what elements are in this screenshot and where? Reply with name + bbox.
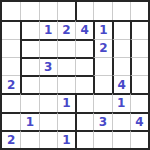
given-digit: 2: [7, 134, 15, 146]
given-digit: 1: [26, 116, 34, 128]
given-digit: 3: [44, 61, 52, 73]
cell-r4c3[interactable]: 3: [39, 57, 57, 75]
cell-r1c1[interactable]: [2, 2, 20, 20]
cell-r5c4[interactable]: [57, 75, 75, 93]
cell-r5c2[interactable]: [20, 75, 38, 93]
given-digit: 1: [117, 97, 125, 109]
cell-r8c7[interactable]: [112, 130, 130, 148]
given-digit: 4: [80, 24, 88, 36]
cell-r3c1[interactable]: [2, 39, 20, 57]
cell-r1c3[interactable]: [39, 2, 57, 20]
cell-r4c8[interactable]: [130, 57, 148, 75]
cell-r1c2[interactable]: [20, 2, 38, 20]
cell-r8c4[interactable]: 1: [57, 130, 75, 148]
given-digit: 1: [62, 97, 70, 109]
cell-r3c7[interactable]: [112, 39, 130, 57]
cell-r1c7[interactable]: [112, 2, 130, 20]
cell-r5c3[interactable]: [39, 75, 57, 93]
cell-r7c8[interactable]: 4: [130, 112, 148, 130]
cell-r3c8[interactable]: [130, 39, 148, 57]
given-digit: 4: [135, 116, 143, 128]
cell-r6c1[interactable]: [2, 93, 20, 111]
cell-r6c3[interactable]: [39, 93, 57, 111]
given-digit: 1: [62, 134, 70, 146]
cell-r7c3[interactable]: [39, 112, 57, 130]
cell-r7c5[interactable]: [75, 112, 93, 130]
cell-r1c4[interactable]: [57, 2, 75, 20]
cell-r8c2[interactable]: [20, 130, 38, 148]
cell-r4c7[interactable]: [112, 57, 130, 75]
given-digit: 1: [44, 24, 52, 36]
cell-r4c6[interactable]: [93, 57, 111, 75]
cell-r8c8[interactable]: [130, 130, 148, 148]
given-digit: 2: [62, 24, 70, 36]
given-digit: 2: [7, 79, 15, 91]
cell-r2c2[interactable]: [20, 20, 38, 38]
cell-r2c3[interactable]: 1: [39, 20, 57, 38]
cell-r4c4[interactable]: [57, 57, 75, 75]
cell-r2c5[interactable]: 4: [75, 20, 93, 38]
cell-r3c6[interactable]: 2: [93, 39, 111, 57]
cell-r5c7[interactable]: 4: [112, 75, 130, 93]
cell-r5c5[interactable]: [75, 75, 93, 93]
cell-r1c5[interactable]: [75, 2, 93, 20]
cell-r8c3[interactable]: [39, 130, 57, 148]
cell-r4c5[interactable]: [75, 57, 93, 75]
cell-r3c2[interactable]: [20, 39, 38, 57]
cell-r5c1[interactable]: 2: [2, 75, 20, 93]
given-digit: 4: [117, 79, 125, 91]
cell-r3c5[interactable]: [75, 39, 93, 57]
cell-r2c6[interactable]: 1: [93, 20, 111, 38]
cell-r7c2[interactable]: 1: [20, 112, 38, 130]
cell-r7c6[interactable]: 3: [93, 112, 111, 130]
suguru-board: 124123241113421: [0, 0, 150, 150]
cell-r6c6[interactable]: [93, 93, 111, 111]
cell-r8c1[interactable]: 2: [2, 130, 20, 148]
cell-r6c2[interactable]: [20, 93, 38, 111]
cell-r8c5[interactable]: [75, 130, 93, 148]
puzzle-screenshot: 124123241113421: [0, 0, 150, 150]
given-digit: 3: [99, 116, 107, 128]
given-digit: 2: [99, 42, 107, 54]
cell-r5c6[interactable]: [93, 75, 111, 93]
cell-r7c7[interactable]: [112, 112, 130, 130]
cell-r6c8[interactable]: [130, 93, 148, 111]
cell-r6c5[interactable]: [75, 93, 93, 111]
cell-r7c4[interactable]: [57, 112, 75, 130]
cell-r8c6[interactable]: [93, 130, 111, 148]
cell-r1c6[interactable]: [93, 2, 111, 20]
cell-r2c1[interactable]: [2, 20, 20, 38]
cell-r2c7[interactable]: [112, 20, 130, 38]
cell-r2c4[interactable]: 2: [57, 20, 75, 38]
cell-r7c1[interactable]: [2, 112, 20, 130]
cell-r2c8[interactable]: [130, 20, 148, 38]
cell-r1c8[interactable]: [130, 2, 148, 20]
cell-r4c2[interactable]: [20, 57, 38, 75]
cell-r3c3[interactable]: [39, 39, 57, 57]
cell-r3c4[interactable]: [57, 39, 75, 57]
given-digit: 1: [99, 24, 107, 36]
cell-r5c8[interactable]: [130, 75, 148, 93]
cell-r4c1[interactable]: [2, 57, 20, 75]
cell-r6c4[interactable]: 1: [57, 93, 75, 111]
cell-r6c7[interactable]: 1: [112, 93, 130, 111]
